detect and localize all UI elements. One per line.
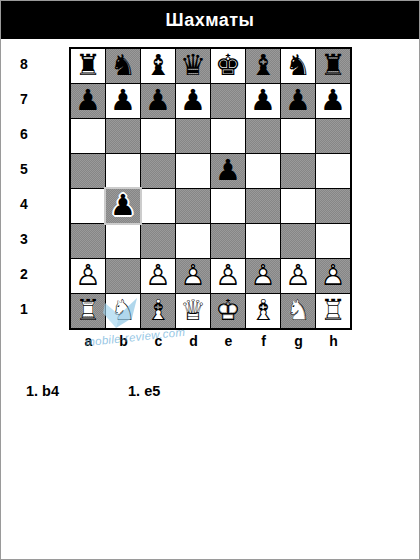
square-e3[interactable] (211, 224, 245, 258)
square-a6[interactable] (71, 119, 105, 153)
piece-black-pawn: ♟ (316, 84, 350, 118)
square-d5[interactable] (176, 154, 210, 188)
square-c1[interactable]: ♝♗ (141, 294, 175, 328)
square-b1[interactable]: ♞♘ (106, 294, 140, 328)
square-f8[interactable]: ♝ (246, 49, 280, 83)
piece-white-knight-outline: ♘ (281, 294, 315, 328)
piece-white-pawn: ♟♙ (71, 259, 105, 293)
piece-black-knight: ♞ (106, 49, 140, 83)
square-c4[interactable] (141, 189, 175, 223)
square-a3[interactable] (71, 224, 105, 258)
square-a8[interactable]: ♜ (71, 49, 105, 83)
square-b5[interactable] (106, 154, 140, 188)
square-e8[interactable]: ♚ (211, 49, 245, 83)
rank-label-1: 1 (1, 292, 69, 327)
square-b6[interactable] (106, 119, 140, 153)
square-c3[interactable] (141, 224, 175, 258)
piece-white-pawn-outline: ♙ (316, 259, 350, 293)
piece-white-rook-outline: ♖ (316, 294, 350, 328)
square-d8[interactable]: ♛ (176, 49, 210, 83)
piece-white-bishop-outline: ♗ (141, 294, 175, 328)
piece-white-queen-outline: ♕ (176, 294, 210, 328)
square-c5[interactable] (141, 154, 175, 188)
square-f1[interactable]: ♝♗ (246, 294, 280, 328)
rank-label-5: 5 (1, 152, 69, 187)
chess-app-screen: { "game": "chess", "app": { "title": "Ша… (0, 0, 420, 560)
rank-label-7: 7 (1, 82, 69, 117)
move-list: 1. b4 1. e5 (1, 383, 419, 399)
piece-white-pawn: ♟♙ (246, 259, 280, 293)
square-g2[interactable]: ♟♙ (281, 259, 315, 293)
square-g3[interactable] (281, 224, 315, 258)
file-label-d: d (176, 331, 211, 351)
piece-white-knight: ♞♘ (106, 294, 140, 328)
piece-white-pawn-outline: ♙ (211, 259, 245, 293)
square-g5[interactable] (281, 154, 315, 188)
piece-white-rook: ♜♖ (316, 294, 350, 328)
piece-white-pawn: ♟♙ (281, 259, 315, 293)
square-e7[interactable] (211, 84, 245, 118)
rank-label-8: 8 (1, 47, 69, 82)
piece-white-pawn: ♟♙ (141, 259, 175, 293)
square-c8[interactable]: ♝ (141, 49, 175, 83)
square-a7[interactable]: ♟ (71, 84, 105, 118)
square-f2[interactable]: ♟♙ (246, 259, 280, 293)
piece-white-pawn: ♟♙ (316, 259, 350, 293)
square-a2[interactable]: ♟♙ (71, 259, 105, 293)
square-g7[interactable]: ♟ (281, 84, 315, 118)
piece-black-pawn: ♟ (211, 154, 245, 188)
file-label-b: b (106, 331, 141, 351)
file-labels: abcdefgh (71, 331, 419, 351)
square-d7[interactable]: ♟ (176, 84, 210, 118)
piece-white-pawn-outline: ♙ (176, 259, 210, 293)
square-c6[interactable] (141, 119, 175, 153)
square-g4[interactable] (281, 189, 315, 223)
square-a5[interactable] (71, 154, 105, 188)
square-h2[interactable]: ♟♙ (316, 259, 350, 293)
rank-label-4: 4 (1, 187, 69, 222)
piece-white-bishop-outline: ♗ (246, 294, 280, 328)
square-a1[interactable]: ♜♖ (71, 294, 105, 328)
square-h8[interactable]: ♜ (316, 49, 350, 83)
square-e1[interactable]: ♚♔ (211, 294, 245, 328)
piece-black-pawn: ♟ (71, 84, 105, 118)
square-d3[interactable] (176, 224, 210, 258)
piece-black-pawn: ♟ (106, 84, 140, 118)
piece-black-king: ♚ (211, 49, 245, 83)
piece-black-bishop: ♝ (246, 49, 280, 83)
move-white: 1. b4 (26, 383, 59, 399)
piece-white-pawn-outline: ♙ (246, 259, 280, 293)
square-b8[interactable]: ♞ (106, 49, 140, 83)
chess-board: ♜♞♝♛♚♝♞♜♟♟♟♟♟♟♟♟♟♟♙♟♙♟♙♟♙♟♙♟♙♟♙♜♖♞♘♝♗♛♕♚… (69, 47, 352, 330)
square-e5[interactable]: ♟ (211, 154, 245, 188)
piece-black-queen: ♛ (176, 49, 210, 83)
piece-white-knight: ♞♘ (281, 294, 315, 328)
piece-white-pawn-outline: ♙ (141, 259, 175, 293)
piece-black-pawn: ♟ (246, 84, 280, 118)
file-label-e: e (211, 331, 246, 351)
square-b4[interactable]: ♟ (106, 189, 140, 223)
square-b7[interactable]: ♟ (106, 84, 140, 118)
square-d4[interactable] (176, 189, 210, 223)
square-g8[interactable]: ♞ (281, 49, 315, 83)
square-f6[interactable] (246, 119, 280, 153)
piece-white-rook: ♜♖ (71, 294, 105, 328)
file-label-g: g (281, 331, 316, 351)
piece-white-pawn: ♟♙ (176, 259, 210, 293)
piece-black-rook: ♜ (71, 49, 105, 83)
board-area: 87654321 ♜♞♝♛♚♝♞♜♟♟♟♟♟♟♟♟♟♟♙♟♙♟♙♟♙♟♙♟♙♟♙… (1, 47, 419, 330)
square-h1[interactable]: ♜♖ (316, 294, 350, 328)
square-f3[interactable] (246, 224, 280, 258)
rank-label-6: 6 (1, 117, 69, 152)
piece-white-pawn-outline: ♙ (281, 259, 315, 293)
piece-white-queen: ♛♕ (176, 294, 210, 328)
square-h5[interactable] (316, 154, 350, 188)
piece-black-rook: ♜ (316, 49, 350, 83)
square-e4[interactable] (211, 189, 245, 223)
piece-white-king: ♚♔ (211, 294, 245, 328)
piece-black-pawn: ♟ (176, 84, 210, 118)
square-d6[interactable] (176, 119, 210, 153)
square-a4[interactable] (71, 189, 105, 223)
piece-black-pawn: ♟ (141, 84, 175, 118)
piece-white-pawn: ♟ (106, 189, 140, 223)
file-label-h: h (316, 331, 351, 351)
file-label-f: f (246, 331, 281, 351)
square-f5[interactable] (246, 154, 280, 188)
rank-label-2: 2 (1, 257, 69, 292)
square-b3[interactable] (106, 224, 140, 258)
file-label-c: c (141, 331, 176, 351)
app-title: Шахматы (1, 1, 419, 39)
square-d2[interactable]: ♟♙ (176, 259, 210, 293)
piece-white-bishop: ♝♗ (246, 294, 280, 328)
rank-labels: 87654321 (1, 47, 69, 330)
piece-white-rook-outline: ♖ (71, 294, 105, 328)
piece-black-bishop: ♝ (141, 49, 175, 83)
square-h6[interactable] (316, 119, 350, 153)
piece-white-pawn-outline: ♙ (71, 259, 105, 293)
piece-black-knight: ♞ (281, 49, 315, 83)
square-g6[interactable] (281, 119, 315, 153)
piece-white-knight-outline: ♘ (106, 294, 140, 328)
piece-white-pawn: ♟♙ (211, 259, 245, 293)
file-label-a: a (71, 331, 106, 351)
move-black: 1. e5 (128, 383, 160, 399)
square-f7[interactable]: ♟ (246, 84, 280, 118)
piece-white-bishop: ♝♗ (141, 294, 175, 328)
square-h3[interactable] (316, 224, 350, 258)
square-b2[interactable] (106, 259, 140, 293)
piece-black-pawn: ♟ (281, 84, 315, 118)
square-c7[interactable]: ♟ (141, 84, 175, 118)
square-e6[interactable] (211, 119, 245, 153)
square-c2[interactable]: ♟♙ (141, 259, 175, 293)
square-f4[interactable] (246, 189, 280, 223)
square-h7[interactable]: ♟ (316, 84, 350, 118)
piece-white-king-outline: ♔ (211, 294, 245, 328)
square-e2[interactable]: ♟♙ (211, 259, 245, 293)
square-g1[interactable]: ♞♘ (281, 294, 315, 328)
rank-label-3: 3 (1, 222, 69, 257)
square-d1[interactable]: ♛♕ (176, 294, 210, 328)
square-h4[interactable] (316, 189, 350, 223)
